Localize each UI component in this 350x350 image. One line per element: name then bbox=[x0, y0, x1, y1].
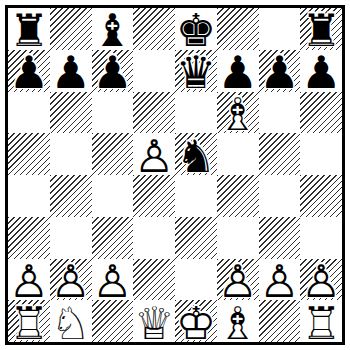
board-frame: ♜♜♝♝♚♚♜♜♟♟♟♟♟♟♛♛♟♟♟♟♟♟♝♗♟♙♞♞♟♙♟♙♟♙♟♙♟♙♟♙… bbox=[5, 5, 345, 345]
square-a5[interactable] bbox=[8, 133, 50, 175]
square-d3[interactable] bbox=[133, 217, 175, 259]
square-d2[interactable] bbox=[133, 259, 175, 301]
white-rook-icon: ♖ bbox=[8, 302, 50, 342]
piece-white-rook-a1[interactable]: ♜♖ bbox=[8, 300, 50, 342]
square-h3[interactable] bbox=[300, 217, 342, 259]
square-a1[interactable]: ♜♖ bbox=[8, 300, 50, 342]
square-a3[interactable] bbox=[8, 217, 50, 259]
white-pawn-icon: ♙ bbox=[92, 260, 134, 300]
square-b7[interactable]: ♟♟ bbox=[50, 50, 92, 92]
white-pawn-icon: ♙ bbox=[50, 260, 92, 300]
square-f7[interactable]: ♟♟ bbox=[217, 50, 259, 92]
piece-black-knight-e5[interactable]: ♞♞ bbox=[175, 133, 217, 175]
square-b5[interactable] bbox=[50, 133, 92, 175]
piece-black-bishop-c8[interactable]: ♝♝ bbox=[92, 8, 134, 50]
square-b4[interactable] bbox=[50, 175, 92, 217]
square-d8[interactable] bbox=[133, 8, 175, 50]
white-pawn-icon: ♙ bbox=[133, 135, 175, 175]
chessboard: ♜♜♝♝♚♚♜♜♟♟♟♟♟♟♛♛♟♟♟♟♟♟♝♗♟♙♞♞♟♙♟♙♟♙♟♙♟♙♟♙… bbox=[8, 8, 342, 342]
square-c7[interactable]: ♟♟ bbox=[92, 50, 134, 92]
square-c4[interactable] bbox=[92, 175, 134, 217]
square-h2[interactable]: ♟♙ bbox=[300, 259, 342, 301]
square-f3[interactable] bbox=[217, 217, 259, 259]
square-e6[interactable] bbox=[175, 92, 217, 134]
square-c3[interactable] bbox=[92, 217, 134, 259]
black-knight-icon: ♞ bbox=[175, 135, 217, 175]
white-bishop-icon: ♗ bbox=[217, 302, 259, 342]
piece-white-knight-b1[interactable]: ♞♘ bbox=[50, 300, 92, 342]
square-c2[interactable]: ♟♙ bbox=[92, 259, 134, 301]
white-queen-icon: ♕ bbox=[133, 302, 175, 342]
square-e7[interactable]: ♛♛ bbox=[175, 50, 217, 92]
black-king-icon: ♚ bbox=[175, 10, 217, 50]
piece-black-king-e8[interactable]: ♚♚ bbox=[175, 8, 217, 50]
square-a6[interactable] bbox=[8, 92, 50, 134]
square-g8[interactable] bbox=[259, 8, 301, 50]
square-f1[interactable]: ♝♗ bbox=[217, 300, 259, 342]
square-c6[interactable] bbox=[92, 92, 134, 134]
white-bishop-icon: ♗ bbox=[217, 93, 259, 133]
piece-white-king-e1[interactable]: ♚♔ bbox=[175, 300, 217, 342]
piece-white-pawn-f2[interactable]: ♟♙ bbox=[217, 259, 259, 301]
piece-white-pawn-g2[interactable]: ♟♙ bbox=[259, 259, 301, 301]
square-a2[interactable]: ♟♙ bbox=[8, 259, 50, 301]
piece-white-pawn-h2[interactable]: ♟♙ bbox=[300, 259, 342, 301]
chess-diagram: ♜♜♝♝♚♚♜♜♟♟♟♟♟♟♛♛♟♟♟♟♟♟♝♗♟♙♞♞♟♙♟♙♟♙♟♙♟♙♟♙… bbox=[0, 0, 350, 350]
square-f6[interactable]: ♝♗ bbox=[217, 92, 259, 134]
piece-black-pawn-c7[interactable]: ♟♟ bbox=[92, 50, 134, 92]
white-pawn-icon: ♙ bbox=[300, 260, 342, 300]
square-a8[interactable]: ♜♜ bbox=[8, 8, 50, 50]
piece-white-pawn-b2[interactable]: ♟♙ bbox=[50, 259, 92, 301]
piece-black-rook-a8[interactable]: ♜♜ bbox=[8, 8, 50, 50]
black-pawn-icon: ♟ bbox=[8, 51, 50, 91]
square-c8[interactable]: ♝♝ bbox=[92, 8, 134, 50]
square-g2[interactable]: ♟♙ bbox=[259, 259, 301, 301]
black-bishop-icon: ♝ bbox=[92, 10, 134, 50]
square-a4[interactable] bbox=[8, 175, 50, 217]
square-d6[interactable] bbox=[133, 92, 175, 134]
square-d5[interactable]: ♟♙ bbox=[133, 133, 175, 175]
square-h6[interactable] bbox=[300, 92, 342, 134]
square-h1[interactable]: ♜♖ bbox=[300, 300, 342, 342]
white-rook-icon: ♖ bbox=[300, 302, 342, 342]
square-b3[interactable] bbox=[50, 217, 92, 259]
piece-white-queen-d1[interactable]: ♛♕ bbox=[133, 300, 175, 342]
square-d1[interactable]: ♛♕ bbox=[133, 300, 175, 342]
square-g5[interactable] bbox=[259, 133, 301, 175]
black-pawn-icon: ♟ bbox=[259, 51, 301, 91]
square-g3[interactable] bbox=[259, 217, 301, 259]
square-h4[interactable] bbox=[300, 175, 342, 217]
square-h7[interactable]: ♟♟ bbox=[300, 50, 342, 92]
white-pawn-icon: ♙ bbox=[259, 260, 301, 300]
square-b1[interactable]: ♞♘ bbox=[50, 300, 92, 342]
piece-black-pawn-a7[interactable]: ♟♟ bbox=[8, 50, 50, 92]
piece-white-pawn-c2[interactable]: ♟♙ bbox=[92, 259, 134, 301]
piece-black-queen-e7[interactable]: ♛♛ bbox=[175, 50, 217, 92]
square-b6[interactable] bbox=[50, 92, 92, 134]
white-knight-icon: ♘ bbox=[50, 302, 92, 342]
white-pawn-icon: ♙ bbox=[217, 260, 259, 300]
square-d7[interactable] bbox=[133, 50, 175, 92]
square-e8[interactable]: ♚♚ bbox=[175, 8, 217, 50]
square-e2[interactable] bbox=[175, 259, 217, 301]
black-rook-icon: ♜ bbox=[300, 10, 342, 50]
piece-black-pawn-b7[interactable]: ♟♟ bbox=[50, 50, 92, 92]
black-pawn-icon: ♟ bbox=[92, 51, 134, 91]
square-e1[interactable]: ♚♔ bbox=[175, 300, 217, 342]
square-e4[interactable] bbox=[175, 175, 217, 217]
piece-white-bishop-f1[interactable]: ♝♗ bbox=[217, 300, 259, 342]
piece-white-rook-h1[interactable]: ♜♖ bbox=[300, 300, 342, 342]
square-f2[interactable]: ♟♙ bbox=[217, 259, 259, 301]
piece-black-pawn-h7[interactable]: ♟♟ bbox=[300, 50, 342, 92]
black-pawn-icon: ♟ bbox=[217, 51, 259, 91]
piece-black-pawn-g7[interactable]: ♟♟ bbox=[259, 50, 301, 92]
square-h8[interactable]: ♜♜ bbox=[300, 8, 342, 50]
piece-white-pawn-a2[interactable]: ♟♙ bbox=[8, 259, 50, 301]
black-pawn-icon: ♟ bbox=[50, 51, 92, 91]
square-f8[interactable] bbox=[217, 8, 259, 50]
square-g1[interactable] bbox=[259, 300, 301, 342]
square-g6[interactable] bbox=[259, 92, 301, 134]
white-king-icon: ♔ bbox=[175, 302, 217, 342]
square-e3[interactable] bbox=[175, 217, 217, 259]
black-queen-icon: ♛ bbox=[175, 51, 217, 91]
square-f4[interactable] bbox=[217, 175, 259, 217]
square-f5[interactable] bbox=[217, 133, 259, 175]
piece-white-pawn-d5[interactable]: ♟♙ bbox=[133, 133, 175, 175]
square-h5[interactable] bbox=[300, 133, 342, 175]
square-c1[interactable] bbox=[92, 300, 134, 342]
square-g4[interactable] bbox=[259, 175, 301, 217]
square-b8[interactable] bbox=[50, 8, 92, 50]
black-pawn-icon: ♟ bbox=[300, 51, 342, 91]
square-e5[interactable]: ♞♞ bbox=[175, 133, 217, 175]
piece-black-pawn-f7[interactable]: ♟♟ bbox=[217, 50, 259, 92]
square-c5[interactable] bbox=[92, 133, 134, 175]
piece-white-bishop-f6[interactable]: ♝♗ bbox=[217, 92, 259, 134]
square-d4[interactable] bbox=[133, 175, 175, 217]
square-b2[interactable]: ♟♙ bbox=[50, 259, 92, 301]
black-rook-icon: ♜ bbox=[8, 10, 50, 50]
white-pawn-icon: ♙ bbox=[8, 260, 50, 300]
square-a7[interactable]: ♟♟ bbox=[8, 50, 50, 92]
piece-black-rook-h8[interactable]: ♜♜ bbox=[300, 8, 342, 50]
square-g7[interactable]: ♟♟ bbox=[259, 50, 301, 92]
